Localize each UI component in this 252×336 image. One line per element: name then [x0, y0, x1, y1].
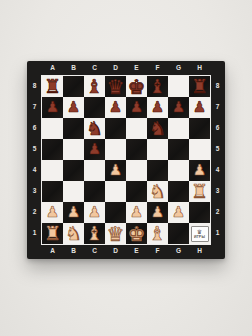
square-g3[interactable]: [168, 181, 189, 202]
square-f6[interactable]: ♞: [147, 118, 168, 139]
rank-label-2: 2: [210, 202, 225, 223]
square-g6[interactable]: [168, 118, 189, 139]
file-label-e: E: [126, 244, 147, 259]
square-h5[interactable]: [189, 139, 210, 160]
square-a6[interactable]: [42, 118, 63, 139]
square-h3[interactable]: ♜: [189, 181, 210, 202]
square-g1[interactable]: [168, 223, 189, 244]
rank-label-8: 8: [27, 76, 42, 97]
square-e6[interactable]: [126, 118, 147, 139]
piece-black-knight[interactable]: ♞: [86, 119, 103, 138]
piece-black-pawn[interactable]: ♟: [193, 100, 206, 115]
square-f5[interactable]: [147, 139, 168, 160]
square-b1[interactable]: ♞: [63, 223, 84, 244]
square-a5[interactable]: [42, 139, 63, 160]
square-e2[interactable]: ♟: [126, 202, 147, 223]
piece-black-rook[interactable]: ♜: [191, 77, 208, 96]
square-d1[interactable]: ♛: [105, 223, 126, 244]
square-c8[interactable]: ♝: [84, 76, 105, 97]
square-e4[interactable]: [126, 160, 147, 181]
square-d6[interactable]: [105, 118, 126, 139]
piece-black-pawn[interactable]: ♟: [130, 100, 143, 115]
rank-label-6: 6: [27, 118, 42, 139]
rank-label-3: 3: [27, 181, 42, 202]
file-labels-top: ABCDEFGH: [42, 61, 210, 76]
square-d3[interactable]: [105, 181, 126, 202]
square-c7[interactable]: [84, 97, 105, 118]
piece-white-knight[interactable]: ♞: [65, 224, 82, 243]
photo-background: ABCDEFGH ABCDEFGH 87654321 87654321 ♜♝♛♚…: [0, 0, 252, 336]
square-a8[interactable]: ♜: [42, 76, 63, 97]
square-g2[interactable]: ♟: [168, 202, 189, 223]
file-label-g: G: [168, 244, 189, 259]
piece-black-pawn[interactable]: ♟: [151, 100, 164, 115]
board-grid: ♜♝♛♚♝♜♟♟♟♟♟♟♟♞♞♟♟♟♞♜♟♟♟♟♟♟♜♞♝♛♚♝♛ИГРЫ: [42, 76, 210, 244]
square-h7[interactable]: ♟: [189, 97, 210, 118]
square-b4[interactable]: [63, 160, 84, 181]
logo-text: ИГРЫ: [194, 235, 205, 239]
piece-white-pawn[interactable]: ♟: [46, 205, 59, 220]
piece-white-pawn[interactable]: ♟: [109, 163, 122, 178]
rank-label-3: 3: [210, 181, 225, 202]
rank-label-5: 5: [210, 139, 225, 160]
square-e7[interactable]: ♟: [126, 97, 147, 118]
piece-black-pawn[interactable]: ♟: [172, 100, 185, 115]
piece-black-pawn[interactable]: ♟: [109, 100, 122, 115]
piece-white-bishop[interactable]: ♝: [86, 224, 103, 243]
square-g8[interactable]: [168, 76, 189, 97]
rank-label-7: 7: [27, 97, 42, 118]
square-e1[interactable]: ♚: [126, 223, 147, 244]
file-label-b: B: [63, 61, 84, 76]
square-f3[interactable]: ♞: [147, 181, 168, 202]
square-f7[interactable]: ♟: [147, 97, 168, 118]
piece-black-king[interactable]: ♚: [128, 76, 146, 96]
file-label-f: F: [147, 244, 168, 259]
file-label-b: B: [63, 244, 84, 259]
square-c3[interactable]: [84, 181, 105, 202]
piece-black-pawn[interactable]: ♟: [67, 100, 80, 115]
piece-white-rook[interactable]: ♜: [44, 224, 61, 243]
piece-black-bishop[interactable]: ♝: [86, 77, 103, 96]
square-a2[interactable]: ♟: [42, 202, 63, 223]
piece-black-queen[interactable]: ♛: [107, 76, 125, 96]
square-d8[interactable]: ♛: [105, 76, 126, 97]
square-a7[interactable]: ♟: [42, 97, 63, 118]
square-g7[interactable]: ♟: [168, 97, 189, 118]
file-label-g: G: [168, 61, 189, 76]
rank-label-4: 4: [210, 160, 225, 181]
piece-white-rook[interactable]: ♜: [191, 182, 208, 201]
rank-label-5: 5: [27, 139, 42, 160]
square-a1[interactable]: ♜: [42, 223, 63, 244]
rank-labels-left: 87654321: [27, 76, 42, 244]
rank-label-1: 1: [210, 223, 225, 244]
square-f2[interactable]: ♟: [147, 202, 168, 223]
square-e3[interactable]: [126, 181, 147, 202]
rank-label-4: 4: [27, 160, 42, 181]
piece-white-pawn[interactable]: ♟: [193, 163, 206, 178]
rank-label-8: 8: [210, 76, 225, 97]
chess-board: ABCDEFGH ABCDEFGH 87654321 87654321 ♜♝♛♚…: [27, 61, 225, 259]
piece-white-king[interactable]: ♚: [128, 223, 146, 243]
square-c5[interactable]: ♟: [84, 139, 105, 160]
square-f4[interactable]: [147, 160, 168, 181]
square-b7[interactable]: ♟: [63, 97, 84, 118]
piece-black-rook[interactable]: ♜: [44, 77, 61, 96]
square-d7[interactable]: ♟: [105, 97, 126, 118]
square-f1[interactable]: ♝: [147, 223, 168, 244]
piece-white-bishop[interactable]: ♝: [149, 224, 166, 243]
square-g4[interactable]: [168, 160, 189, 181]
square-h8[interactable]: ♜: [189, 76, 210, 97]
square-d4[interactable]: ♟: [105, 160, 126, 181]
square-g5[interactable]: [168, 139, 189, 160]
square-e8[interactable]: ♚: [126, 76, 147, 97]
piece-black-bishop[interactable]: ♝: [149, 77, 166, 96]
piece-black-pawn[interactable]: ♟: [88, 142, 101, 157]
manufacturer-logo: ♛ИГРЫ: [191, 226, 209, 242]
file-label-a: A: [42, 244, 63, 259]
square-c1[interactable]: ♝: [84, 223, 105, 244]
square-d2[interactable]: [105, 202, 126, 223]
square-c6[interactable]: ♞: [84, 118, 105, 139]
rank-label-2: 2: [27, 202, 42, 223]
square-b6[interactable]: [63, 118, 84, 139]
rank-label-1: 1: [27, 223, 42, 244]
piece-white-queen[interactable]: ♛: [107, 223, 125, 243]
square-b8[interactable]: [63, 76, 84, 97]
square-a4[interactable]: [42, 160, 63, 181]
piece-white-pawn[interactable]: ♟: [88, 205, 101, 220]
rank-label-7: 7: [210, 97, 225, 118]
rank-label-6: 6: [210, 118, 225, 139]
piece-white-pawn[interactable]: ♟: [151, 205, 164, 220]
file-label-c: C: [84, 244, 105, 259]
piece-white-knight[interactable]: ♞: [149, 182, 166, 201]
piece-black-pawn[interactable]: ♟: [46, 100, 59, 115]
square-b3[interactable]: [63, 181, 84, 202]
piece-white-pawn[interactable]: ♟: [130, 205, 143, 220]
square-h6[interactable]: [189, 118, 210, 139]
square-f8[interactable]: ♝: [147, 76, 168, 97]
square-h4[interactable]: ♟: [189, 160, 210, 181]
square-a3[interactable]: [42, 181, 63, 202]
square-h1[interactable]: ♛ИГРЫ: [189, 223, 210, 244]
piece-black-knight[interactable]: ♞: [149, 119, 166, 138]
square-h2[interactable]: [189, 202, 210, 223]
rank-labels-right: 87654321: [210, 76, 225, 244]
file-label-h: H: [189, 244, 210, 259]
square-c2[interactable]: ♟: [84, 202, 105, 223]
square-e5[interactable]: [126, 139, 147, 160]
square-c4[interactable]: [84, 160, 105, 181]
piece-white-pawn[interactable]: ♟: [172, 205, 185, 220]
square-b5[interactable]: [63, 139, 84, 160]
piece-white-pawn[interactable]: ♟: [67, 205, 80, 220]
file-label-d: D: [105, 244, 126, 259]
square-b2[interactable]: ♟: [63, 202, 84, 223]
file-labels-bottom: ABCDEFGH: [42, 244, 210, 259]
square-d5[interactable]: [105, 139, 126, 160]
